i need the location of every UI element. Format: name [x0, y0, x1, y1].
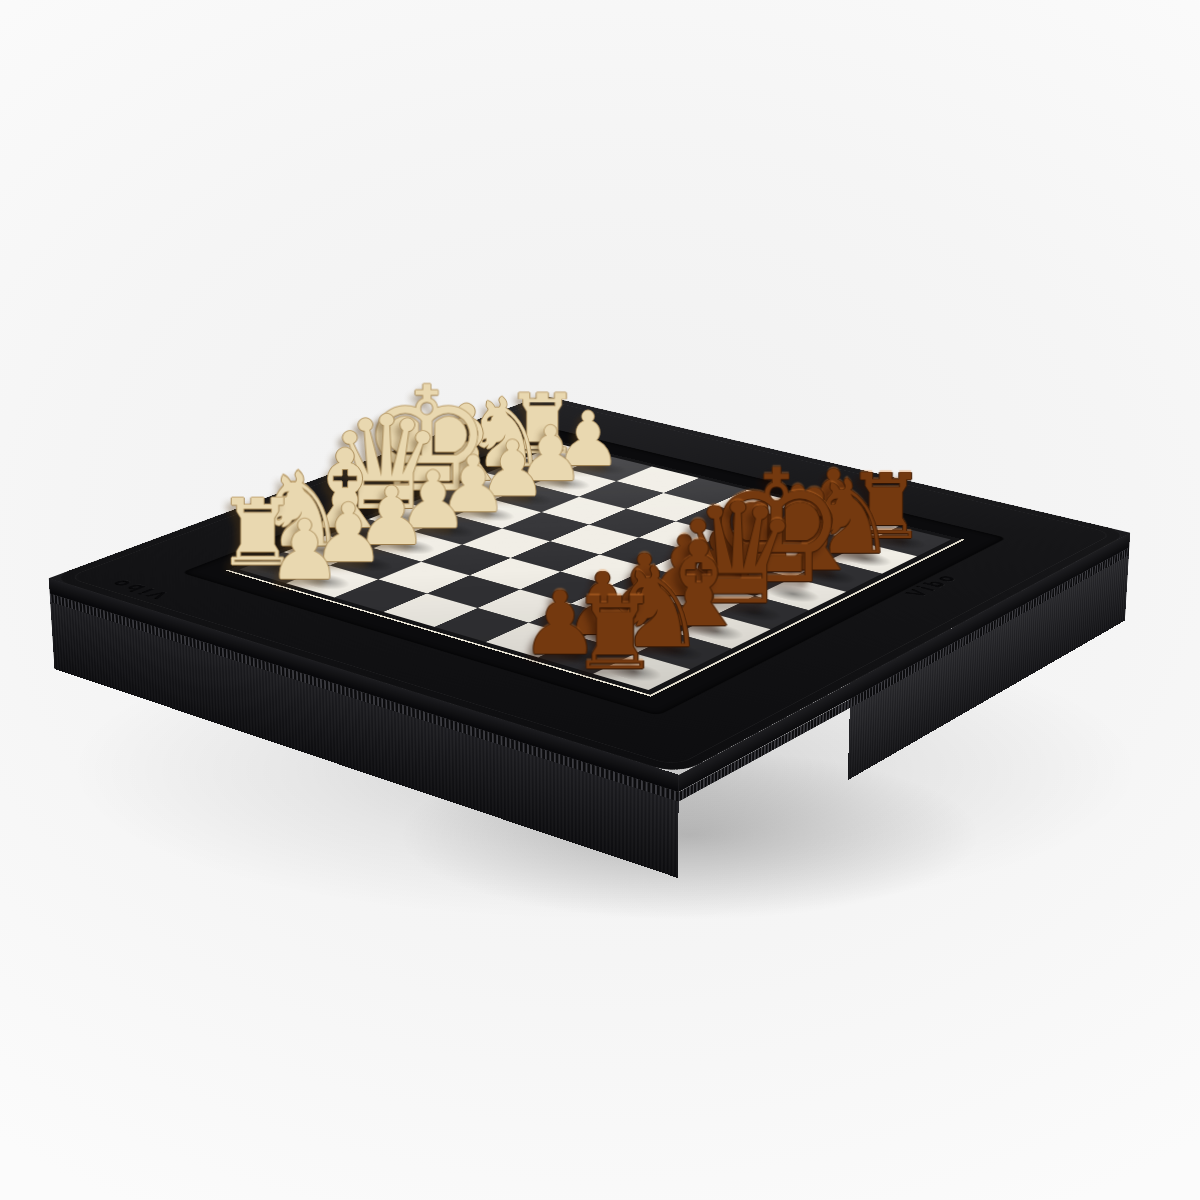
chess-box: Vibo Vibo ♜♟♟♜♞♟♟♞♝♟♟♝♚♟♟♚♛♟♟♛♝♟♟♝♞♟♟♞♜♟… [49, 395, 1130, 774]
product-photo: Vibo Vibo ♜♟♟♜♞♟♟♞♝♟♟♝♚♟♟♚♛♟♟♛♝♟♟♝♞♟♟♞♜♟… [0, 0, 1200, 1200]
black-rook-a8[interactable]: ♜ [471, 584, 760, 684]
scene-3d: Vibo Vibo ♜♟♟♜♞♟♟♞♝♟♟♝♚♟♟♚♛♟♟♛♝♟♟♝♞♟♟♞♜♟… [0, 0, 1200, 1200]
square-a2[interactable]: ♟ [286, 566, 378, 598]
white-pawn-a2[interactable]: ♟ [170, 510, 438, 593]
